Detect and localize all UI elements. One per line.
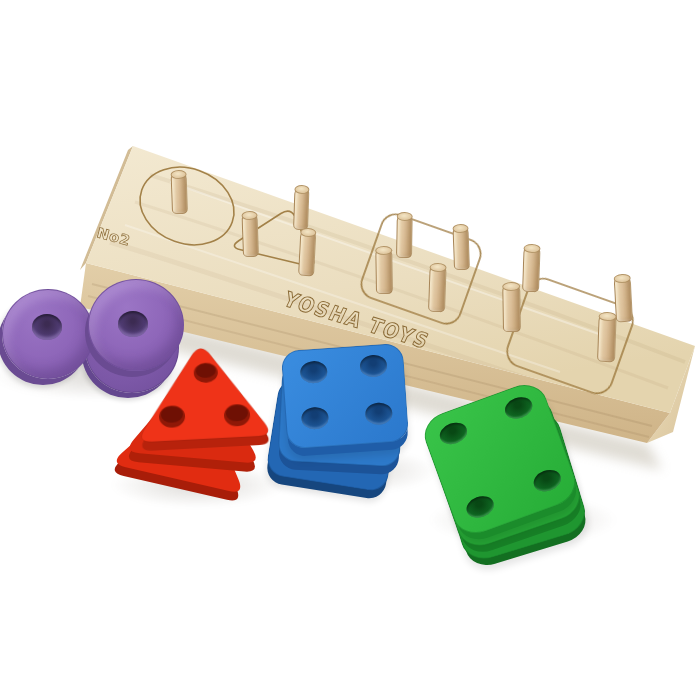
peg-square2-4 [597, 314, 617, 363]
blue-square-piece-top [281, 343, 410, 449]
peg-square1-4 [428, 265, 447, 313]
peg-square2-3 [502, 284, 521, 332]
product-photo-scene: No2 YOSHA TOYS [0, 0, 700, 700]
peg-square1-1 [396, 214, 413, 258]
rectangle-hole [531, 466, 564, 495]
rectangle-hole [464, 493, 497, 522]
square-hole [301, 406, 329, 430]
purple-disc-hole [118, 311, 148, 337]
square-hole [300, 360, 328, 384]
purple-disc-left [2, 289, 94, 379]
square-hole [365, 402, 393, 426]
red-triangle-piece-top [124, 333, 280, 459]
peg-square1-2 [452, 226, 470, 271]
peg-square1-3 [375, 248, 393, 294]
peg-triangle-3 [298, 230, 316, 277]
purple-disc-hole [32, 314, 62, 340]
peg-triangle-2 [241, 213, 259, 258]
peg-triangle-1 [293, 187, 309, 230]
rectangle-hole [437, 419, 470, 448]
square-hole [359, 354, 387, 378]
rectangle-hole [502, 394, 535, 423]
peg-square2-1 [522, 246, 541, 293]
peg-circle-1 [171, 172, 188, 215]
